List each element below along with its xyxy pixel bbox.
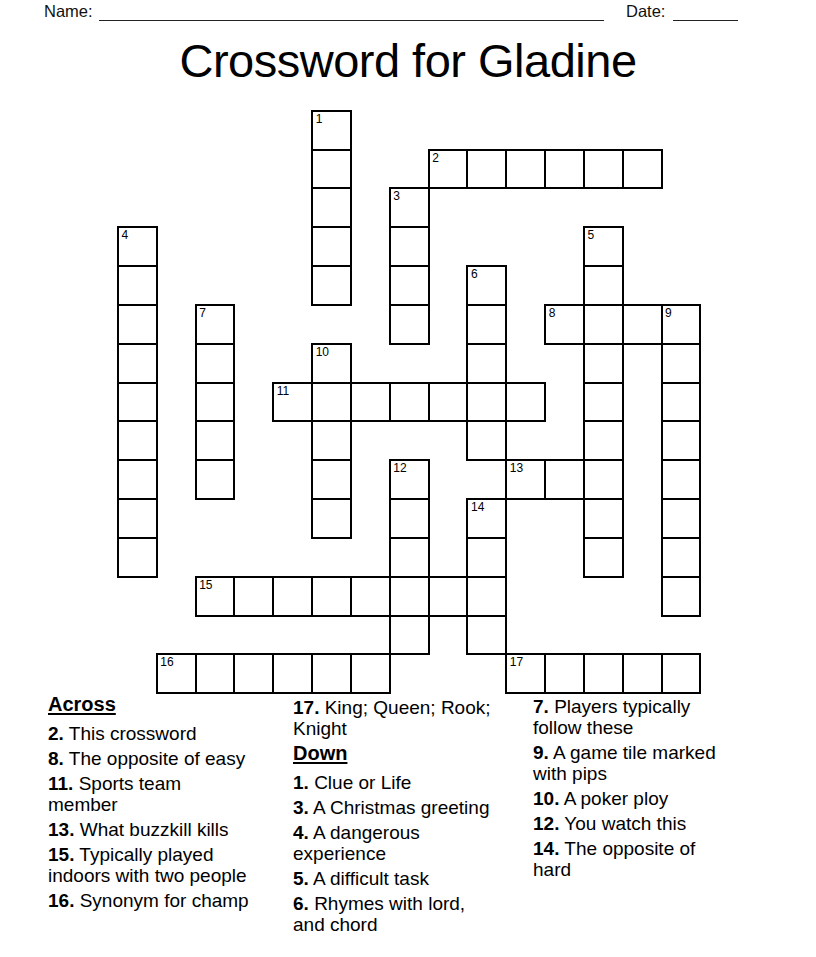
grid-cell-r11c0[interactable] xyxy=(117,537,158,578)
cell-number-6: 6 xyxy=(471,267,478,281)
cell-number-15: 15 xyxy=(199,578,212,592)
clue-number-label: 12. xyxy=(533,813,559,834)
grid-cell-r9c7[interactable]: 12 xyxy=(389,459,430,500)
grid-cell-r12c9[interactable] xyxy=(466,576,507,617)
grid-cell-r14c14[interactable] xyxy=(661,653,702,694)
clue-text: The opposite of easy xyxy=(64,748,245,769)
grid-cell-r7c10[interactable] xyxy=(505,382,546,423)
grid-cell-r9c14[interactable] xyxy=(661,459,702,500)
grid-cell-r7c12[interactable] xyxy=(583,382,624,423)
grid-cell-r6c0[interactable] xyxy=(117,343,158,384)
clue-down-14: 14. The opposite of hard xyxy=(533,838,731,880)
clue-across-8: 8. The opposite of easy xyxy=(48,748,255,769)
clue-number-label: 13. xyxy=(48,819,74,840)
cell-number-10: 10 xyxy=(316,345,329,359)
grid-cell-r10c14[interactable] xyxy=(661,498,702,539)
grid-cell-r11c12[interactable] xyxy=(583,537,624,578)
grid-cell-r3c0[interactable]: 4 xyxy=(117,226,158,267)
clue-text: You watch this xyxy=(559,813,686,834)
grid-cell-r9c0[interactable] xyxy=(117,459,158,500)
grid-cell-r9c12[interactable] xyxy=(583,459,624,500)
grid-cell-r13c7[interactable] xyxy=(389,615,430,656)
grid-cell-r2c7[interactable]: 3 xyxy=(389,187,430,228)
clue-down-3: 3. A Christmas greeting xyxy=(293,797,496,818)
grid-cell-r4c12[interactable] xyxy=(583,265,624,306)
grid-cell-r1c8[interactable]: 2 xyxy=(428,149,469,190)
clue-text: Players typically follow these xyxy=(533,696,690,738)
grid-cell-r8c2[interactable] xyxy=(195,420,236,461)
clue-number-label: 9. xyxy=(533,742,549,763)
grid-cell-r10c9[interactable]: 14 xyxy=(466,498,507,539)
grid-cell-r14c10[interactable]: 17 xyxy=(505,653,546,694)
grid-cell-r1c5[interactable] xyxy=(311,149,352,190)
grid-cell-r9c5[interactable] xyxy=(311,459,352,500)
cell-number-7: 7 xyxy=(199,306,206,320)
clue-text: What buzzkill kills xyxy=(74,819,228,840)
grid-cell-r14c2[interactable] xyxy=(195,653,236,694)
grid-cell-r7c9[interactable] xyxy=(466,382,507,423)
grid-cell-r1c9[interactable] xyxy=(466,149,507,190)
grid-cell-r8c5[interactable] xyxy=(311,420,352,461)
cell-number-14: 14 xyxy=(471,500,484,514)
grid-cell-r4c0[interactable] xyxy=(117,265,158,306)
clue-number-label: 8. xyxy=(48,748,64,769)
clue-down-4: 4. A dangerous experience xyxy=(293,822,496,864)
clue-down-12: 12. You watch this xyxy=(533,813,731,834)
cell-number-16: 16 xyxy=(160,655,173,669)
grid-cell-r5c2[interactable]: 7 xyxy=(195,304,236,345)
clue-number-label: 6. xyxy=(293,893,309,914)
grid-cell-r5c7[interactable] xyxy=(389,304,430,345)
grid-cell-r5c0[interactable] xyxy=(117,304,158,345)
grid-cell-r9c2[interactable] xyxy=(195,459,236,500)
clue-number-label: 1. xyxy=(293,772,309,793)
clue-text: Rhymes with lord, and chord xyxy=(293,893,465,935)
grid-cell-r11c14[interactable] xyxy=(661,537,702,578)
clue-text: This crossword xyxy=(64,723,197,744)
clue-text: King; Queen; Rook; Knight xyxy=(293,697,491,739)
cell-number-8: 8 xyxy=(549,306,556,320)
grid-cell-r14c3[interactable] xyxy=(233,653,274,694)
grid-cell-r7c8[interactable] xyxy=(428,382,469,423)
cell-number-4: 4 xyxy=(122,228,129,242)
clue-across-16: 16. Synonym for champ xyxy=(48,890,255,911)
cell-number-2: 2 xyxy=(432,151,439,165)
grid-cell-r9c11[interactable] xyxy=(544,459,585,500)
grid-cell-r12c3[interactable] xyxy=(233,576,274,617)
clues-column-middle: 17. King; Queen; Rook; KnightDown1. Clue… xyxy=(293,697,496,939)
grid-cell-r1c10[interactable] xyxy=(505,149,546,190)
clue-number-label: 7. xyxy=(533,696,549,717)
grid-cell-r7c14[interactable] xyxy=(661,382,702,423)
clue-number-label: 5. xyxy=(293,868,309,889)
grid-cell-r7c2[interactable] xyxy=(195,382,236,423)
grid-cell-r1c11[interactable] xyxy=(544,149,585,190)
grid-cell-r5c14[interactable]: 9 xyxy=(661,304,702,345)
clue-text: Synonym for champ xyxy=(74,890,248,911)
grid-cell-r14c12[interactable] xyxy=(583,653,624,694)
clue-text: A Christmas greeting xyxy=(309,797,490,818)
grid-cell-r7c0[interactable] xyxy=(117,382,158,423)
cell-number-13: 13 xyxy=(510,461,523,475)
grid-cell-r11c7[interactable] xyxy=(389,537,430,578)
grid-cell-r5c11[interactable]: 8 xyxy=(544,304,585,345)
down-heading: Down xyxy=(293,743,496,764)
clue-down-6: 6. Rhymes with lord, and chord xyxy=(293,893,496,935)
clue-down-9: 9. A game tile marked with pips xyxy=(533,742,731,784)
grid-cell-r10c7[interactable] xyxy=(389,498,430,539)
grid-cell-r10c12[interactable] xyxy=(583,498,624,539)
grid-cell-r6c14[interactable] xyxy=(661,343,702,384)
grid-cell-r14c6[interactable] xyxy=(350,653,391,694)
grid-cell-r3c7[interactable] xyxy=(389,226,430,267)
cell-number-11: 11 xyxy=(277,384,289,398)
grid-cell-r1c13[interactable] xyxy=(622,149,663,190)
grid-cell-r12c6[interactable] xyxy=(350,576,391,617)
grid-cell-r2c5[interactable] xyxy=(311,187,352,228)
grid-cell-r14c13[interactable] xyxy=(622,653,663,694)
grid-cell-r12c5[interactable] xyxy=(311,576,352,617)
clues-column-across: Across2. This crossword8. The opposite o… xyxy=(48,694,255,915)
grid-cell-r0c5[interactable]: 1 xyxy=(311,110,352,151)
grid-cell-r5c13[interactable] xyxy=(622,304,663,345)
grid-cell-r7c4[interactable]: 11 xyxy=(272,382,313,423)
grid-cell-r11c9[interactable] xyxy=(466,537,507,578)
clue-text: Typically played indoors with two people xyxy=(48,844,247,886)
clue-number-label: 3. xyxy=(293,797,309,818)
grid-cell-r6c9[interactable] xyxy=(466,343,507,384)
grid-cell-r13c9[interactable] xyxy=(466,615,507,656)
grid-cell-r7c5[interactable] xyxy=(311,382,352,423)
grid-cell-r5c12[interactable] xyxy=(583,304,624,345)
cell-number-3: 3 xyxy=(393,189,400,203)
grid-cell-r8c0[interactable] xyxy=(117,420,158,461)
grid-cell-r10c0[interactable] xyxy=(117,498,158,539)
worksheet-page: Name: Date: Crossword for Gladine 123456… xyxy=(0,0,816,957)
clue-down-5: 5. A difficult task xyxy=(293,868,496,889)
grid-cell-r6c2[interactable] xyxy=(195,343,236,384)
clue-number-label: 4. xyxy=(293,822,309,843)
clue-number-label: 2. xyxy=(48,723,64,744)
clue-down-7: 7. Players typically follow these xyxy=(533,696,731,738)
clue-number-label: 16. xyxy=(48,890,74,911)
clue-across-15: 15. Typically played indoors with two pe… xyxy=(48,844,255,886)
clue-number-label: 15. xyxy=(48,844,74,865)
grid-cell-r8c12[interactable] xyxy=(583,420,624,461)
grid-cell-r7c6[interactable] xyxy=(350,382,391,423)
clue-text: A game tile marked with pips xyxy=(533,742,716,784)
clue-text: A dangerous experience xyxy=(293,822,420,864)
cell-number-12: 12 xyxy=(393,461,406,475)
grid-cell-r14c11[interactable] xyxy=(544,653,585,694)
clue-down-10: 10. A poker ploy xyxy=(533,788,731,809)
cell-number-17: 17 xyxy=(510,655,523,669)
grid-cell-r4c9[interactable]: 6 xyxy=(466,265,507,306)
grid-cell-r12c2[interactable]: 15 xyxy=(195,576,236,617)
grid-cell-r12c8[interactable] xyxy=(428,576,469,617)
grid-cell-r12c14[interactable] xyxy=(661,576,702,617)
grid-cell-r5c9[interactable] xyxy=(466,304,507,345)
grid-cell-r14c5[interactable] xyxy=(311,653,352,694)
grid-cell-r8c9[interactable] xyxy=(466,420,507,461)
clue-across-17: 17. King; Queen; Rook; Knight xyxy=(293,697,496,739)
clues-column-down: 7. Players typically follow these9. A ga… xyxy=(533,696,731,884)
clue-number-label: 17. xyxy=(293,697,319,718)
grid-cell-r6c12[interactable] xyxy=(583,343,624,384)
clue-number-label: 11. xyxy=(48,773,73,794)
clue-number-label: 10. xyxy=(533,788,559,809)
clue-number-label: 14. xyxy=(533,838,559,859)
grid-cell-r4c7[interactable] xyxy=(389,265,430,306)
grid-cell-r3c5[interactable] xyxy=(311,226,352,267)
grid-cell-r8c14[interactable] xyxy=(661,420,702,461)
clue-across-11: 11. Sports team member xyxy=(48,773,255,815)
grid-cell-r10c5[interactable] xyxy=(311,498,352,539)
grid-cell-r6c5[interactable]: 10 xyxy=(311,343,352,384)
clue-text: A poker ploy xyxy=(559,788,668,809)
clue-text: Clue or Life xyxy=(309,772,411,793)
grid-cell-r14c4[interactable] xyxy=(272,653,313,694)
across-heading: Across xyxy=(48,694,255,715)
clue-text: A difficult task xyxy=(309,868,429,889)
cell-number-9: 9 xyxy=(665,306,672,320)
grid-cell-r14c1[interactable]: 16 xyxy=(156,653,197,694)
clue-across-13: 13. What buzzkill kills xyxy=(48,819,255,840)
clue-down-1: 1. Clue or Life xyxy=(293,772,496,793)
grid-cell-r4c5[interactable] xyxy=(311,265,352,306)
grid-cell-r7c7[interactable] xyxy=(389,382,430,423)
cell-number-5: 5 xyxy=(587,228,594,242)
grid-cell-r1c12[interactable] xyxy=(583,149,624,190)
grid-cell-r3c12[interactable]: 5 xyxy=(583,226,624,267)
clue-across-2: 2. This crossword xyxy=(48,723,255,744)
grid-cell-r12c4[interactable] xyxy=(272,576,313,617)
cell-number-1: 1 xyxy=(316,112,323,126)
crossword-grid: 1234567891011121314151617 xyxy=(0,0,816,700)
grid-cell-r12c7[interactable] xyxy=(389,576,430,617)
grid-cell-r9c10[interactable]: 13 xyxy=(505,459,546,500)
